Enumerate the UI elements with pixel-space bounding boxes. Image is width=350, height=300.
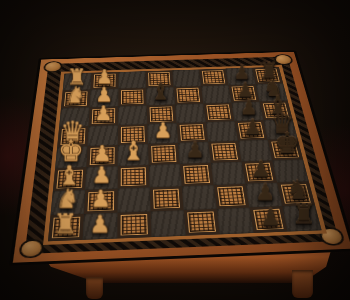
square-b6[interactable] [201, 85, 231, 103]
square-e8[interactable]: ♚ [268, 139, 303, 161]
black-bishop-b4[interactable]: ♝ [150, 80, 171, 104]
square-c3[interactable] [118, 105, 147, 125]
white-pawn-e2[interactable]: ♟ [92, 143, 111, 165]
white-pawn-g2[interactable]: ♟ [90, 188, 111, 211]
square-f6[interactable] [211, 162, 246, 185]
square-b1[interactable]: ♞ [61, 90, 91, 109]
square-a5[interactable] [172, 69, 201, 86]
black-pawn-d7[interactable]: ♟ [243, 117, 262, 138]
carved-rope-band: ♜♟♟♜♞♟♝♟♞♟♟♝♛♟♟♛♚♟♝♟♚♝♟♟♞♟♟♞♜♟♟♜ [25, 57, 340, 254]
square-h4[interactable] [151, 210, 186, 237]
board-frame: ♜♟♟♜♞♟♝♟♞♟♟♝♛♟♟♛♚♟♝♟♚♝♟♟♞♟♟♞♜♟♟♜ [9, 50, 350, 266]
square-d6[interactable] [206, 121, 238, 142]
corner-disc-ornament [45, 62, 61, 72]
square-b3[interactable] [118, 88, 146, 107]
white-pawn-d4[interactable]: ♟ [154, 120, 173, 141]
chess-board: ♜♟♟♜♞♟♝♟♞♟♟♝♛♟♟♛♚♟♝♟♚♝♟♟♞♟♟♞♜♟♟♜ [9, 50, 350, 266]
square-d4[interactable]: ♟ [147, 123, 178, 144]
square-b5[interactable] [174, 86, 204, 104]
white-pawn-f2[interactable]: ♟ [91, 165, 111, 187]
black-pawn-e5[interactable]: ♟ [185, 140, 204, 162]
square-c6[interactable] [203, 103, 234, 123]
white-pawn-c2[interactable]: ♟ [94, 103, 112, 123]
white-knight-b1[interactable]: ♞ [65, 83, 85, 106]
white-rook-h1[interactable]: ♜ [53, 210, 78, 237]
square-h6[interactable] [217, 208, 254, 235]
square-h2[interactable]: ♟ [83, 213, 118, 240]
square-c2[interactable]: ♟ [89, 106, 119, 126]
board-grid: ♜♟♟♜♞♟♝♟♞♟♟♝♛♟♟♛♚♟♝♟♚♝♟♟♞♟♟♞♜♟♟♜ [43, 65, 327, 245]
room-background: ♜♟♟♜♞♟♝♟♞♟♟♝♛♟♟♛♚♟♝♟♚♝♟♟♞♟♟♞♜♟♟♜ [0, 0, 350, 300]
white-bishop-e3[interactable]: ♝ [122, 138, 145, 164]
square-b4[interactable]: ♝ [146, 87, 175, 106]
square-g4[interactable] [150, 186, 184, 211]
square-a3[interactable] [118, 71, 146, 89]
corner-disc-ornament [320, 229, 343, 245]
square-e4[interactable] [148, 143, 180, 165]
square-g6[interactable] [214, 184, 250, 209]
square-g3[interactable] [117, 187, 150, 212]
square-f4[interactable] [149, 164, 182, 188]
black-rook-h8[interactable]: ♜ [292, 201, 316, 228]
square-g5[interactable] [182, 185, 217, 210]
square-e3[interactable]: ♝ [118, 144, 149, 166]
black-pawn-f7[interactable]: ♟ [251, 159, 271, 181]
square-e5[interactable]: ♟ [178, 142, 211, 164]
square-h3[interactable] [117, 211, 151, 238]
square-c5[interactable] [175, 104, 206, 124]
black-king-e8[interactable]: ♚ [274, 129, 300, 158]
square-h7[interactable]: ♟ [250, 206, 288, 233]
corner-disc-ornament [21, 241, 43, 257]
black-pawn-h7[interactable]: ♟ [260, 206, 281, 230]
square-a6[interactable] [199, 69, 229, 86]
square-f5[interactable] [180, 163, 214, 186]
white-pawn-h2[interactable]: ♟ [89, 212, 111, 236]
square-f3[interactable] [118, 165, 150, 189]
square-d7[interactable]: ♟ [235, 120, 268, 141]
black-pawn-g7[interactable]: ♟ [255, 181, 276, 204]
square-e6[interactable] [208, 141, 241, 163]
square-h8[interactable]: ♜ [282, 205, 321, 232]
square-h5[interactable] [184, 209, 220, 236]
square-h1[interactable]: ♜ [48, 214, 84, 241]
scene: ♜♟♟♜♞♟♝♟♞♟♟♝♛♟♟♛♚♟♝♟♚♝♟♟♞♟♟♞♜♟♟♜ [0, 0, 350, 300]
